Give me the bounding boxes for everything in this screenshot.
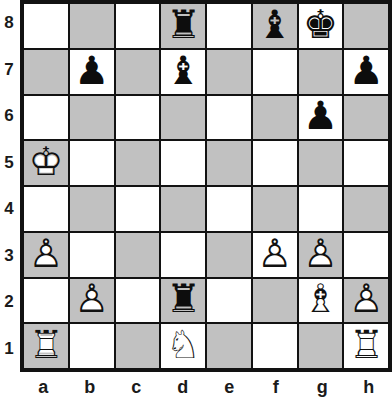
square-a5: ♚♔ [24,141,68,185]
square-f2 [253,279,297,323]
file-label-c: c [113,372,160,400]
piece-glyph: ♟ [344,51,388,90]
square-d3 [161,233,205,277]
piece-glyph: ♜ [161,5,205,44]
rank-label-4: 4 [0,186,20,233]
piece-glyph: ♝ [161,51,205,90]
rank-labels: 87654321 [0,0,20,372]
square-e3 [207,233,251,277]
square-c6 [116,96,160,140]
piece-glyph: ♙ [299,234,343,273]
piece-glyph: ♝ [253,5,297,44]
piece-glyph: ♟ [299,96,343,135]
square-d4 [161,187,205,231]
file-label-e: e [206,372,253,400]
square-c8 [116,4,160,48]
piece-glyph: ♙ [70,279,114,318]
square-g3: ♟♙ [299,233,343,277]
piece-white-pawn: ♟♙ [70,279,114,323]
square-f7 [253,50,297,94]
file-labels: abcdefgh [20,372,392,400]
chess-diagram: 87654321 ♜♝♚♟♝♟♟♚♔♟♙♟♙♟♙♟♙♜♝♗♟♙♜♖♞♘♜♖ ab… [0,0,392,400]
rank-label-6: 6 [0,93,20,140]
square-a4 [24,187,68,231]
square-b1 [70,324,114,368]
piece-glyph: ♔ [24,142,68,181]
square-g2: ♝♗ [299,279,343,323]
piece-white-bishop: ♝♗ [299,279,343,323]
piece-glyph: ♘ [161,325,205,364]
rank-label-2: 2 [0,279,20,326]
square-g4 [299,187,343,231]
file-label-b: b [67,372,114,400]
square-h1: ♜♖ [344,324,388,368]
square-d5 [161,141,205,185]
square-d2: ♜ [161,279,205,323]
piece-glyph: ♖ [344,325,388,364]
file-label-f: f [253,372,300,400]
rank-label-3: 3 [0,233,20,280]
square-g5 [299,141,343,185]
square-c1 [116,324,160,368]
piece-white-pawn: ♟♙ [253,233,297,277]
piece-glyph: ♙ [24,234,68,273]
piece-white-king: ♚♔ [24,141,68,185]
square-f8: ♝ [253,4,297,48]
piece-glyph: ♜ [161,279,205,318]
square-e5 [207,141,251,185]
rank-label-8: 8 [0,0,20,47]
piece-black-rook: ♜ [161,4,205,48]
square-a6 [24,96,68,140]
square-f1 [253,324,297,368]
piece-black-bishop: ♝ [161,50,205,94]
piece-black-rook: ♜ [161,279,205,323]
square-b5 [70,141,114,185]
square-b7: ♟ [70,50,114,94]
square-a8 [24,4,68,48]
square-b6 [70,96,114,140]
square-g1 [299,324,343,368]
square-b4 [70,187,114,231]
square-h4 [344,187,388,231]
file-label-h: h [346,372,392,400]
square-f6 [253,96,297,140]
piece-glyph: ♚ [299,5,343,44]
piece-white-rook: ♜♖ [24,324,68,368]
square-e4 [207,187,251,231]
square-f5 [253,141,297,185]
square-a1: ♜♖ [24,324,68,368]
square-e1 [207,324,251,368]
piece-black-king: ♚ [299,4,343,48]
piece-glyph: ♙ [344,279,388,318]
piece-black-bishop: ♝ [253,4,297,48]
square-h5 [344,141,388,185]
square-g7 [299,50,343,94]
chess-board: ♜♝♚♟♝♟♟♚♔♟♙♟♙♟♙♟♙♜♝♗♟♙♜♖♞♘♜♖ [20,0,392,372]
square-d6 [161,96,205,140]
square-b8 [70,4,114,48]
square-b2: ♟♙ [70,279,114,323]
square-e6 [207,96,251,140]
file-label-d: d [160,372,207,400]
file-label-a: a [20,372,67,400]
piece-glyph: ♟ [70,51,114,90]
square-e2 [207,279,251,323]
rank-label-5: 5 [0,140,20,187]
piece-black-pawn: ♟ [299,96,343,140]
square-e8 [207,4,251,48]
square-h7: ♟ [344,50,388,94]
piece-white-pawn: ♟♙ [344,279,388,323]
piece-white-knight: ♞♘ [161,324,205,368]
piece-white-pawn: ♟♙ [24,233,68,277]
square-d1: ♞♘ [161,324,205,368]
square-h6 [344,96,388,140]
piece-glyph: ♙ [253,234,297,273]
square-h2: ♟♙ [344,279,388,323]
square-c5 [116,141,160,185]
rank-label-7: 7 [0,47,20,94]
square-a7 [24,50,68,94]
square-g6: ♟ [299,96,343,140]
piece-glyph: ♗ [299,279,343,318]
piece-black-pawn: ♟ [70,50,114,94]
square-d8: ♜ [161,4,205,48]
square-g8: ♚ [299,4,343,48]
square-a2 [24,279,68,323]
piece-white-rook: ♜♖ [344,324,388,368]
square-f3: ♟♙ [253,233,297,277]
file-label-g: g [299,372,346,400]
piece-black-pawn: ♟ [344,50,388,94]
rank-label-1: 1 [0,326,20,373]
square-c7 [116,50,160,94]
piece-white-pawn: ♟♙ [299,233,343,277]
square-f4 [253,187,297,231]
piece-glyph: ♖ [24,325,68,364]
square-c3 [116,233,160,277]
square-h3 [344,233,388,277]
square-d7: ♝ [161,50,205,94]
square-b3 [70,233,114,277]
square-c2 [116,279,160,323]
square-e7 [207,50,251,94]
square-c4 [116,187,160,231]
square-a3: ♟♙ [24,233,68,277]
square-h8 [344,4,388,48]
